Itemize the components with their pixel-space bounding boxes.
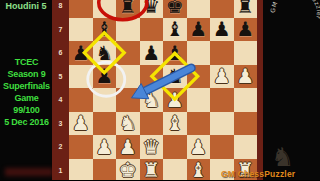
rank-label-4: 4 [52, 88, 69, 112]
rank-label-8: 8 [52, 0, 69, 18]
square-f1[interactable]: ♝ [187, 159, 211, 181]
black-bishop-b7: ♝ [95, 19, 113, 39]
white-bishop-f1: ♝ [189, 160, 207, 180]
square-a7[interactable] [69, 18, 93, 42]
square-e2[interactable] [163, 135, 187, 159]
white-pawn-b2: ♟ [95, 137, 113, 157]
square-f6[interactable] [187, 41, 211, 65]
black-rook-c8: ♜ [119, 0, 137, 16]
square-b1[interactable] [93, 159, 117, 181]
square-e3[interactable]: ♝ [163, 112, 187, 136]
square-g4[interactable] [210, 88, 234, 112]
rank-label-6: 6 [52, 41, 69, 65]
square-b6[interactable]: ♞ [93, 41, 117, 65]
square-e8[interactable]: ♚ [163, 0, 187, 18]
square-a6[interactable]: ♟ [69, 41, 93, 65]
white-pawn-e4: ♟ [166, 90, 184, 110]
white-king-c1: ♚ [119, 160, 137, 180]
square-e1[interactable] [163, 159, 187, 181]
square-e4[interactable]: ♟ [163, 88, 187, 112]
white-knight-c3: ♞ [119, 113, 137, 133]
black-pawn-e6: ♟ [166, 43, 184, 63]
black-bishop-e7: ♝ [166, 19, 184, 39]
white-knight-d4: ♞ [142, 90, 160, 110]
square-h3[interactable] [234, 112, 258, 136]
rank-label-1: 1 [52, 159, 69, 181]
white-queen-d2: ♛ [142, 137, 160, 157]
square-b5[interactable]: ♟ [93, 65, 117, 89]
square-f7[interactable]: ♟ [187, 18, 211, 42]
square-d8[interactable]: ♛ [140, 0, 164, 18]
channel-logo-text: GM TheChessPuzzler [269, 0, 320, 20]
square-c3[interactable]: ♞ [116, 112, 140, 136]
event-caption: TCEC Season 9 Superfinals Game 99/100 5 … [0, 56, 53, 128]
black-pawn-b5: ♟ [95, 66, 113, 86]
square-c4[interactable] [116, 88, 140, 112]
square-d5[interactable] [140, 65, 164, 89]
square-c7[interactable] [116, 18, 140, 42]
white-pawn-a3: ♟ [72, 113, 90, 133]
square-f4[interactable] [187, 88, 211, 112]
event-line: Superfinals [0, 80, 53, 92]
black-pawn-f7: ♟ [189, 19, 207, 39]
square-f5[interactable] [187, 65, 211, 89]
white-pawn-c2: ♟ [119, 137, 137, 157]
engine-name-label: Houdini 5 [0, 1, 52, 11]
rank-label-5: 5 [52, 65, 69, 89]
square-b7[interactable]: ♝ [93, 18, 117, 42]
square-d4[interactable]: ♞ [140, 88, 164, 112]
square-e7[interactable]: ♝ [163, 18, 187, 42]
square-c5[interactable] [116, 65, 140, 89]
square-f3[interactable] [187, 112, 211, 136]
square-g5[interactable]: ♟ [210, 65, 234, 89]
square-c1[interactable]: ♚ [116, 159, 140, 181]
square-f2[interactable]: ♟ [187, 135, 211, 159]
bottom-left-faded-mark [5, 168, 53, 176]
square-b2[interactable]: ♟ [93, 135, 117, 159]
white-pawn-g5: ♟ [213, 66, 231, 86]
square-g7[interactable]: ♟ [210, 18, 234, 42]
event-line: Game [0, 92, 53, 104]
chess-board: ♜♛♚♜♝♝♟♟♟♟♞♟♟♟♞♟♟♞♟♟♞♝♟♟♛♟♚♜♝♜ [69, 0, 257, 180]
square-g3[interactable] [210, 112, 234, 136]
square-a2[interactable] [69, 135, 93, 159]
white-rook-d1: ♜ [142, 160, 160, 180]
black-knight-e5: ♞ [166, 66, 184, 86]
white-bishop-e3: ♝ [166, 113, 184, 133]
square-d7[interactable] [140, 18, 164, 42]
black-queen-d8: ♛ [142, 0, 160, 16]
square-g6[interactable] [210, 41, 234, 65]
square-a5[interactable] [69, 65, 93, 89]
event-line: 5 Dec 2016 [0, 116, 53, 128]
square-e5[interactable]: ♞ [163, 65, 187, 89]
square-g8[interactable] [210, 0, 234, 18]
square-b4[interactable] [93, 88, 117, 112]
svg-text:GM TheChessPuzzler: GM TheChessPuzzler [269, 0, 320, 20]
square-d3[interactable] [140, 112, 164, 136]
rank-label-3: 3 [52, 112, 69, 136]
square-a3[interactable]: ♟ [69, 112, 93, 136]
black-pawn-d6: ♟ [142, 43, 160, 63]
square-d1[interactable]: ♜ [140, 159, 164, 181]
event-line: TCEC [0, 56, 53, 68]
square-d2[interactable]: ♛ [140, 135, 164, 159]
square-a1[interactable] [69, 159, 93, 181]
watermark-text: GM ChessPuzzler [221, 169, 295, 179]
event-line: 99/100 [0, 104, 53, 116]
square-b3[interactable] [93, 112, 117, 136]
channel-logo: GM TheChessPuzzler [252, 0, 320, 48]
square-h5[interactable]: ♟ [234, 65, 258, 89]
square-h4[interactable] [234, 88, 258, 112]
white-pawn-h5: ♟ [236, 66, 254, 86]
square-f8[interactable] [187, 0, 211, 18]
square-a8[interactable] [69, 0, 93, 18]
knight-silhouette-icon: ♞ [271, 144, 294, 170]
square-c2[interactable]: ♟ [116, 135, 140, 159]
square-d6[interactable]: ♟ [140, 41, 164, 65]
video-frame: Houdini 5 TCEC Season 9 Superfinals Game… [0, 0, 320, 180]
black-king-e8: ♚ [166, 0, 184, 16]
white-pawn-f2: ♟ [189, 137, 207, 157]
square-b8[interactable] [93, 0, 117, 18]
rank-label-2: 2 [52, 135, 69, 159]
square-c8[interactable]: ♜ [116, 0, 140, 18]
square-c6[interactable] [116, 41, 140, 65]
square-e6[interactable]: ♟ [163, 41, 187, 65]
left-caption-panel: Houdini 5 TCEC Season 9 Superfinals Game… [0, 0, 52, 180]
black-pawn-a6: ♟ [72, 43, 90, 63]
rank-label-7: 7 [52, 18, 69, 42]
square-h2[interactable] [234, 135, 258, 159]
event-line: Season 9 [0, 68, 53, 80]
black-knight-b6: ♞ [95, 43, 113, 63]
black-pawn-g7: ♟ [213, 19, 231, 39]
square-a4[interactable] [69, 88, 93, 112]
square-g2[interactable] [210, 135, 234, 159]
